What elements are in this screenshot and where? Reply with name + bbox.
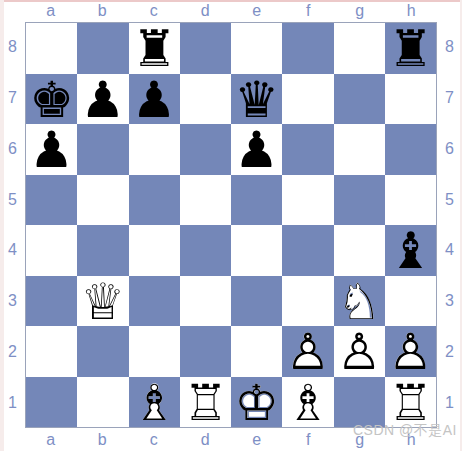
rank-label-6: 6 xyxy=(0,124,25,175)
square-a2[interactable] xyxy=(26,326,77,377)
piece-glyph: ♝ xyxy=(385,226,436,277)
rank-label-1: 1 xyxy=(437,377,462,428)
square-e2[interactable] xyxy=(231,326,282,377)
square-c5[interactable] xyxy=(129,175,180,226)
rank-label-4: 4 xyxy=(0,225,25,276)
rank-labels-left: 87654321 xyxy=(0,22,25,428)
piece-glyph: ♟ xyxy=(26,125,77,176)
file-label-b: b xyxy=(77,0,129,22)
square-a3[interactable] xyxy=(26,276,77,327)
square-c1[interactable]: ♝♗ xyxy=(129,377,180,428)
piece-outline-glyph: ♗ xyxy=(129,378,180,429)
piece-black-pawn[interactable]: ♟ xyxy=(26,124,77,175)
piece-black-bishop[interactable]: ♝ xyxy=(385,225,436,276)
piece-fill-glyph: ♜ xyxy=(180,378,231,429)
square-f8[interactable] xyxy=(282,23,333,74)
square-e8[interactable] xyxy=(231,23,282,74)
piece-outline-glyph: ♙ xyxy=(385,327,436,378)
file-label-g: g xyxy=(334,0,386,22)
piece-black-rook[interactable]: ♜ xyxy=(129,23,180,74)
piece-glyph: ♚ xyxy=(26,75,77,126)
square-e1[interactable]: ♚♔ xyxy=(231,377,282,428)
square-d4[interactable] xyxy=(180,225,231,276)
file-label-e: e xyxy=(231,0,283,22)
rank-label-8: 8 xyxy=(437,22,462,73)
piece-glyph: ♟ xyxy=(77,75,128,126)
square-e4[interactable] xyxy=(231,225,282,276)
square-d5[interactable] xyxy=(180,175,231,226)
square-g8[interactable] xyxy=(334,23,385,74)
square-b4[interactable] xyxy=(77,225,128,276)
rank-label-4: 4 xyxy=(437,225,462,276)
square-b3[interactable]: ♛♕ xyxy=(77,276,128,327)
rank-label-3: 3 xyxy=(437,276,462,327)
square-d8[interactable] xyxy=(180,23,231,74)
square-a5[interactable] xyxy=(26,175,77,226)
piece-outline-glyph: ♙ xyxy=(334,327,385,378)
chess-board: ♜♜♚♟♟♛♟♟♝♛♕♞♘♟♙♟♙♟♙♝♗♜♖♚♔♝♗♜♖ xyxy=(25,22,437,428)
square-d2[interactable] xyxy=(180,326,231,377)
square-a4[interactable] xyxy=(26,225,77,276)
file-labels-top: abcdefgh xyxy=(25,0,437,22)
square-f4[interactable] xyxy=(282,225,333,276)
piece-outline-glyph: ♔ xyxy=(231,378,282,429)
square-h2[interactable]: ♟♙ xyxy=(385,326,436,377)
rank-label-7: 7 xyxy=(437,73,462,124)
square-b6[interactable] xyxy=(77,124,128,175)
square-c6[interactable] xyxy=(129,124,180,175)
square-d6[interactable] xyxy=(180,124,231,175)
square-h6[interactable] xyxy=(385,124,436,175)
piece-outline-glyph: ♖ xyxy=(385,378,436,429)
square-g1[interactable] xyxy=(334,377,385,428)
rank-label-7: 7 xyxy=(0,73,25,124)
watermark: CSDN @不是AI xyxy=(353,422,457,440)
piece-fill-glyph: ♞ xyxy=(334,277,385,328)
square-c2[interactable] xyxy=(129,326,180,377)
square-g7[interactable] xyxy=(334,74,385,125)
square-f1[interactable]: ♝♗ xyxy=(282,377,333,428)
rank-label-5: 5 xyxy=(0,174,25,225)
square-f5[interactable] xyxy=(282,175,333,226)
square-g5[interactable] xyxy=(334,175,385,226)
file-label-d: d xyxy=(180,428,232,451)
piece-white-rook[interactable]: ♜♖ xyxy=(180,377,231,428)
square-a8[interactable] xyxy=(26,23,77,74)
piece-black-queen[interactable]: ♛ xyxy=(231,74,282,125)
square-g2[interactable]: ♟♙ xyxy=(334,326,385,377)
square-e3[interactable] xyxy=(231,276,282,327)
file-label-a: a xyxy=(25,0,77,22)
piece-glyph: ♟ xyxy=(231,125,282,176)
square-b7[interactable]: ♟ xyxy=(77,74,128,125)
square-h4[interactable]: ♝ xyxy=(385,225,436,276)
square-f2[interactable]: ♟♙ xyxy=(282,326,333,377)
piece-black-king[interactable]: ♚ xyxy=(26,74,77,125)
piece-fill-glyph: ♚ xyxy=(231,378,282,429)
square-d7[interactable] xyxy=(180,74,231,125)
piece-fill-glyph: ♜ xyxy=(385,378,436,429)
square-g6[interactable] xyxy=(334,124,385,175)
piece-fill-glyph: ♛ xyxy=(77,277,128,328)
rank-labels-right: 87654321 xyxy=(437,22,462,428)
piece-glyph: ♜ xyxy=(385,24,436,75)
square-h8[interactable]: ♜ xyxy=(385,23,436,74)
piece-fill-glyph: ♟ xyxy=(334,327,385,378)
piece-white-knight[interactable]: ♞♘ xyxy=(334,276,385,327)
piece-glyph: ♜ xyxy=(129,24,180,75)
piece-outline-glyph: ♕ xyxy=(77,277,128,328)
square-d1[interactable]: ♜♖ xyxy=(180,377,231,428)
square-b8[interactable] xyxy=(77,23,128,74)
piece-white-king[interactable]: ♚♔ xyxy=(231,377,282,428)
square-d3[interactable] xyxy=(180,276,231,327)
file-label-f: f xyxy=(283,0,335,22)
square-h1[interactable]: ♜♖ xyxy=(385,377,436,428)
piece-black-pawn[interactable]: ♟ xyxy=(231,124,282,175)
piece-outline-glyph: ♘ xyxy=(334,277,385,328)
square-c3[interactable] xyxy=(129,276,180,327)
rank-label-2: 2 xyxy=(0,327,25,378)
piece-white-pawn[interactable]: ♟♙ xyxy=(282,326,333,377)
square-a6[interactable]: ♟ xyxy=(26,124,77,175)
piece-white-pawn[interactable]: ♟♙ xyxy=(385,326,436,377)
piece-black-pawn[interactable]: ♟ xyxy=(129,74,180,125)
piece-fill-glyph: ♟ xyxy=(385,327,436,378)
square-b5[interactable] xyxy=(77,175,128,226)
rank-label-8: 8 xyxy=(0,22,25,73)
file-label-d: d xyxy=(180,0,232,22)
square-h7[interactable] xyxy=(385,74,436,125)
file-label-c: c xyxy=(128,428,180,451)
square-e6[interactable]: ♟ xyxy=(231,124,282,175)
square-e7[interactable]: ♛ xyxy=(231,74,282,125)
rank-label-1: 1 xyxy=(0,377,25,428)
piece-outline-glyph: ♗ xyxy=(282,378,333,429)
square-f7[interactable] xyxy=(282,74,333,125)
square-c8[interactable]: ♜ xyxy=(129,23,180,74)
square-c4[interactable] xyxy=(129,225,180,276)
piece-black-pawn[interactable]: ♟ xyxy=(77,74,128,125)
square-a1[interactable] xyxy=(26,377,77,428)
square-g3[interactable]: ♞♘ xyxy=(334,276,385,327)
piece-fill-glyph: ♝ xyxy=(282,378,333,429)
file-label-e: e xyxy=(231,428,283,451)
file-label-f: f xyxy=(283,428,335,451)
square-b2[interactable] xyxy=(77,326,128,377)
square-a7[interactable]: ♚ xyxy=(26,74,77,125)
piece-fill-glyph: ♟ xyxy=(282,327,333,378)
square-h5[interactable] xyxy=(385,175,436,226)
piece-white-rook[interactable]: ♜♖ xyxy=(385,377,436,428)
file-label-a: a xyxy=(25,428,77,451)
piece-outline-glyph: ♖ xyxy=(180,378,231,429)
piece-white-bishop[interactable]: ♝♗ xyxy=(282,377,333,428)
square-f6[interactable] xyxy=(282,124,333,175)
piece-fill-glyph: ♝ xyxy=(129,378,180,429)
chess-diagram: abcdefgh 87654321 ♜♜♚♟♟♛♟♟♝♛♕♞♘♟♙♟♙♟♙♝♗♜… xyxy=(0,0,462,451)
square-c7[interactable]: ♟ xyxy=(129,74,180,125)
piece-outline-glyph: ♙ xyxy=(282,327,333,378)
piece-glyph: ♟ xyxy=(129,75,180,126)
piece-glyph: ♛ xyxy=(231,75,282,126)
square-e5[interactable] xyxy=(231,175,282,226)
file-label-b: b xyxy=(77,428,129,451)
piece-black-rook[interactable]: ♜ xyxy=(385,23,436,74)
square-f3[interactable] xyxy=(282,276,333,327)
square-g4[interactable] xyxy=(334,225,385,276)
rank-label-2: 2 xyxy=(437,327,462,378)
file-label-h: h xyxy=(386,0,438,22)
square-b1[interactable] xyxy=(77,377,128,428)
rank-label-3: 3 xyxy=(0,276,25,327)
rank-label-6: 6 xyxy=(437,124,462,175)
piece-white-pawn[interactable]: ♟♙ xyxy=(334,326,385,377)
piece-white-bishop[interactable]: ♝♗ xyxy=(129,377,180,428)
piece-white-queen[interactable]: ♛♕ xyxy=(77,276,128,327)
square-h3[interactable] xyxy=(385,276,436,327)
file-label-c: c xyxy=(128,0,180,22)
rank-label-5: 5 xyxy=(437,174,462,225)
